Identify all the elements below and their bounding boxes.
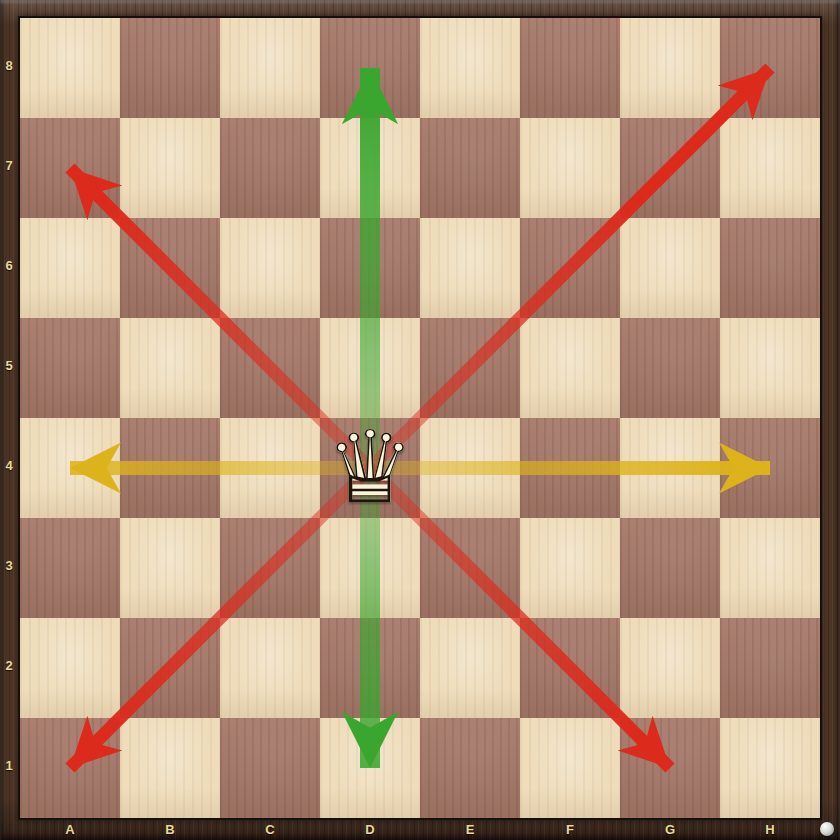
square-f6[interactable]: [520, 218, 620, 318]
square-e4[interactable]: [420, 418, 520, 518]
square-c2[interactable]: [220, 618, 320, 718]
square-f3[interactable]: [520, 518, 620, 618]
rank-label-6: 6: [0, 258, 18, 273]
file-label-d: D: [350, 820, 390, 840]
square-e1[interactable]: [420, 718, 520, 818]
board-grid: [20, 18, 820, 818]
square-h7[interactable]: [720, 118, 820, 218]
rank-label-5: 5: [0, 358, 18, 373]
square-h1[interactable]: [720, 718, 820, 818]
square-c8[interactable]: [220, 18, 320, 118]
square-b7[interactable]: [120, 118, 220, 218]
file-label-g: G: [650, 820, 690, 840]
square-c7[interactable]: [220, 118, 320, 218]
square-g7[interactable]: [620, 118, 720, 218]
square-d7[interactable]: [320, 118, 420, 218]
square-c6[interactable]: [220, 218, 320, 318]
square-e8[interactable]: [420, 18, 520, 118]
rank-label-7: 7: [0, 158, 18, 173]
square-h4[interactable]: [720, 418, 820, 518]
square-e7[interactable]: [420, 118, 520, 218]
square-b4[interactable]: [120, 418, 220, 518]
square-a1[interactable]: [20, 718, 120, 818]
square-d5[interactable]: [320, 318, 420, 418]
square-e2[interactable]: [420, 618, 520, 718]
square-a3[interactable]: [20, 518, 120, 618]
rank-label-4: 4: [0, 458, 18, 473]
square-a7[interactable]: [20, 118, 120, 218]
square-b2[interactable]: [120, 618, 220, 718]
chessboard-diagram: ♛♕ 87654321ABCDEFGH: [0, 0, 840, 840]
square-h2[interactable]: [720, 618, 820, 718]
square-f2[interactable]: [520, 618, 620, 718]
square-e6[interactable]: [420, 218, 520, 318]
square-g5[interactable]: [620, 318, 720, 418]
rank-label-1: 1: [0, 758, 18, 773]
square-f8[interactable]: [520, 18, 620, 118]
file-label-b: B: [150, 820, 190, 840]
square-g6[interactable]: [620, 218, 720, 318]
square-h5[interactable]: [720, 318, 820, 418]
square-g8[interactable]: [620, 18, 720, 118]
square-b8[interactable]: [120, 18, 220, 118]
square-e3[interactable]: [420, 518, 520, 618]
square-c1[interactable]: [220, 718, 320, 818]
square-f1[interactable]: [520, 718, 620, 818]
rank-label-8: 8: [0, 58, 18, 73]
file-label-e: E: [450, 820, 490, 840]
square-c4[interactable]: [220, 418, 320, 518]
file-label-h: H: [750, 820, 790, 840]
rank-label-2: 2: [0, 658, 18, 673]
rank-label-3: 3: [0, 558, 18, 573]
square-d3[interactable]: [320, 518, 420, 618]
square-a8[interactable]: [20, 18, 120, 118]
square-b1[interactable]: [120, 718, 220, 818]
square-g4[interactable]: [620, 418, 720, 518]
square-a2[interactable]: [20, 618, 120, 718]
square-b3[interactable]: [120, 518, 220, 618]
square-f4[interactable]: [520, 418, 620, 518]
square-d2[interactable]: [320, 618, 420, 718]
square-b5[interactable]: [120, 318, 220, 418]
white-queen-d4[interactable]: ♛♕: [320, 418, 420, 518]
file-label-f: F: [550, 820, 590, 840]
board-area: ♛♕: [18, 16, 822, 820]
board-corner-button[interactable]: [820, 822, 834, 836]
square-c3[interactable]: [220, 518, 320, 618]
white-queen-glyph-outline: ♕: [320, 418, 420, 518]
square-f5[interactable]: [520, 318, 620, 418]
square-a6[interactable]: [20, 218, 120, 318]
square-h3[interactable]: [720, 518, 820, 618]
square-h8[interactable]: [720, 18, 820, 118]
square-h6[interactable]: [720, 218, 820, 318]
square-d6[interactable]: [320, 218, 420, 318]
file-label-c: C: [250, 820, 290, 840]
square-g3[interactable]: [620, 518, 720, 618]
square-e5[interactable]: [420, 318, 520, 418]
square-f7[interactable]: [520, 118, 620, 218]
square-g2[interactable]: [620, 618, 720, 718]
square-a5[interactable]: [20, 318, 120, 418]
square-d8[interactable]: [320, 18, 420, 118]
square-d1[interactable]: [320, 718, 420, 818]
square-b6[interactable]: [120, 218, 220, 318]
square-g1[interactable]: [620, 718, 720, 818]
file-label-a: A: [50, 820, 90, 840]
square-c5[interactable]: [220, 318, 320, 418]
square-a4[interactable]: [20, 418, 120, 518]
